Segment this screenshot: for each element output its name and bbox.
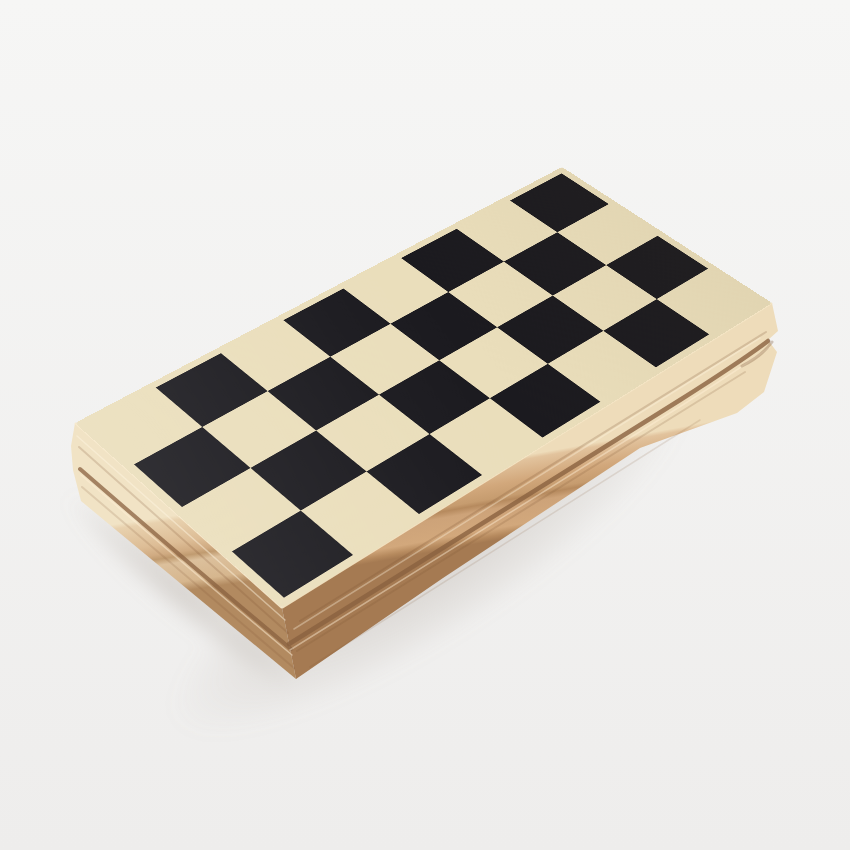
product-photo-stage xyxy=(0,0,850,850)
